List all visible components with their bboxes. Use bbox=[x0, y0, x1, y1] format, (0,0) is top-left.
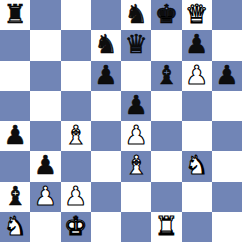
square-b8[interactable] bbox=[30, 0, 60, 30]
square-e1[interactable] bbox=[121, 212, 151, 242]
square-e2[interactable] bbox=[121, 182, 151, 212]
piece-black-pawn[interactable]: ♟ bbox=[94, 62, 117, 88]
square-b7[interactable] bbox=[30, 30, 60, 60]
piece-black-king[interactable]: ♚ bbox=[155, 1, 178, 27]
square-b5[interactable] bbox=[30, 91, 60, 121]
square-e8[interactable]: ♞ bbox=[121, 0, 151, 30]
square-e5[interactable]: ♟ bbox=[121, 91, 151, 121]
piece-black-pawn[interactable]: ♟ bbox=[3, 122, 26, 148]
square-e4[interactable]: ♟ bbox=[121, 121, 151, 151]
piece-white-pawn[interactable]: ♟ bbox=[124, 122, 147, 148]
square-c2[interactable]: ♟ bbox=[61, 182, 91, 212]
square-d3[interactable] bbox=[91, 151, 121, 181]
square-a3[interactable] bbox=[0, 151, 30, 181]
square-a1[interactable]: ♞ bbox=[0, 212, 30, 242]
square-d8[interactable] bbox=[91, 0, 121, 30]
square-b6[interactable] bbox=[30, 61, 60, 91]
piece-white-pawn[interactable]: ♟ bbox=[34, 183, 57, 209]
piece-black-rook[interactable]: ♜ bbox=[3, 1, 26, 27]
square-b2[interactable]: ♟ bbox=[30, 182, 60, 212]
square-h8[interactable] bbox=[212, 0, 242, 30]
square-h5[interactable] bbox=[212, 91, 242, 121]
square-c7[interactable] bbox=[61, 30, 91, 60]
square-g4[interactable] bbox=[182, 121, 212, 151]
square-e6[interactable] bbox=[121, 61, 151, 91]
square-a6[interactable] bbox=[0, 61, 30, 91]
piece-white-pawn[interactable]: ♟ bbox=[185, 62, 208, 88]
square-h7[interactable] bbox=[212, 30, 242, 60]
piece-black-bishop[interactable]: ♝ bbox=[155, 62, 178, 88]
chess-board: ♜♞♚♛♞♛♟♟♝♟♟♟♟♝♟♟♝♞♝♟♟♞♚♜ bbox=[0, 0, 242, 242]
square-c8[interactable] bbox=[61, 0, 91, 30]
piece-white-pawn[interactable]: ♟ bbox=[64, 183, 87, 209]
square-b4[interactable] bbox=[30, 121, 60, 151]
square-f5[interactable] bbox=[151, 91, 181, 121]
piece-black-pawn[interactable]: ♟ bbox=[215, 62, 238, 88]
square-f1[interactable]: ♜ bbox=[151, 212, 181, 242]
square-h1[interactable] bbox=[212, 212, 242, 242]
piece-black-pawn[interactable]: ♟ bbox=[124, 92, 147, 118]
square-f8[interactable]: ♚ bbox=[151, 0, 181, 30]
piece-white-queen[interactable]: ♛ bbox=[185, 1, 208, 27]
square-d6[interactable]: ♟ bbox=[91, 61, 121, 91]
square-h4[interactable] bbox=[212, 121, 242, 151]
square-g8[interactable]: ♛ bbox=[182, 0, 212, 30]
square-g6[interactable]: ♟ bbox=[182, 61, 212, 91]
piece-black-pawn[interactable]: ♟ bbox=[185, 31, 208, 57]
square-d7[interactable]: ♞ bbox=[91, 30, 121, 60]
square-a7[interactable] bbox=[0, 30, 30, 60]
square-h6[interactable]: ♟ bbox=[212, 61, 242, 91]
square-c3[interactable] bbox=[61, 151, 91, 181]
square-b3[interactable]: ♟ bbox=[30, 151, 60, 181]
piece-black-knight[interactable]: ♞ bbox=[94, 31, 117, 57]
square-g5[interactable] bbox=[182, 91, 212, 121]
piece-white-bishop[interactable]: ♝ bbox=[64, 122, 87, 148]
square-d5[interactable] bbox=[91, 91, 121, 121]
square-d2[interactable] bbox=[91, 182, 121, 212]
square-g7[interactable]: ♟ bbox=[182, 30, 212, 60]
square-e7[interactable]: ♛ bbox=[121, 30, 151, 60]
square-c6[interactable] bbox=[61, 61, 91, 91]
square-e3[interactable]: ♝ bbox=[121, 151, 151, 181]
piece-black-bishop[interactable]: ♝ bbox=[3, 183, 26, 209]
square-a8[interactable]: ♜ bbox=[0, 0, 30, 30]
square-d4[interactable] bbox=[91, 121, 121, 151]
square-d1[interactable] bbox=[91, 212, 121, 242]
square-g3[interactable]: ♞ bbox=[182, 151, 212, 181]
square-h2[interactable] bbox=[212, 182, 242, 212]
piece-black-queen[interactable]: ♛ bbox=[124, 31, 147, 57]
square-a2[interactable]: ♝ bbox=[0, 182, 30, 212]
square-g2[interactable] bbox=[182, 182, 212, 212]
piece-white-knight[interactable]: ♞ bbox=[3, 213, 26, 239]
piece-white-king[interactable]: ♚ bbox=[64, 213, 87, 239]
square-b1[interactable] bbox=[30, 212, 60, 242]
square-c5[interactable] bbox=[61, 91, 91, 121]
square-f2[interactable] bbox=[151, 182, 181, 212]
square-f3[interactable] bbox=[151, 151, 181, 181]
square-a5[interactable] bbox=[0, 91, 30, 121]
square-a4[interactable]: ♟ bbox=[0, 121, 30, 151]
square-h3[interactable] bbox=[212, 151, 242, 181]
square-g1[interactable] bbox=[182, 212, 212, 242]
square-c1[interactable]: ♚ bbox=[61, 212, 91, 242]
piece-black-knight[interactable]: ♞ bbox=[124, 1, 147, 27]
square-f7[interactable] bbox=[151, 30, 181, 60]
square-f4[interactable] bbox=[151, 121, 181, 151]
square-f6[interactable]: ♝ bbox=[151, 61, 181, 91]
piece-black-pawn[interactable]: ♟ bbox=[34, 152, 57, 178]
square-c4[interactable]: ♝ bbox=[61, 121, 91, 151]
piece-white-knight[interactable]: ♞ bbox=[185, 152, 208, 178]
piece-white-bishop[interactable]: ♝ bbox=[124, 152, 147, 178]
piece-white-rook[interactable]: ♜ bbox=[155, 213, 178, 239]
